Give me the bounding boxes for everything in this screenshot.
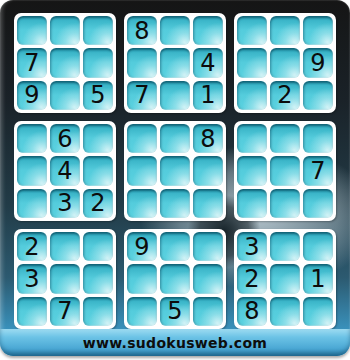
box-1-2: 8471 <box>124 13 226 113</box>
cell-r3c6: 1 <box>193 81 223 110</box>
cell-r1c8[interactable] <box>270 16 300 45</box>
cell-r7c5[interactable] <box>160 232 190 261</box>
cell-r1c7[interactable] <box>237 16 267 45</box>
cell-r6c3: 2 <box>83 189 113 218</box>
cell-r7c1: 2 <box>17 232 47 261</box>
cell-r4c7[interactable] <box>237 124 267 153</box>
cell-r3c2[interactable] <box>50 81 80 110</box>
cell-r5c6[interactable] <box>193 156 223 185</box>
cell-r8c1: 3 <box>17 264 47 293</box>
cell-r8c3[interactable] <box>83 264 113 293</box>
cell-r2c9: 9 <box>303 48 333 77</box>
cell-r6c1[interactable] <box>17 189 47 218</box>
cell-r4c1[interactable] <box>17 124 47 153</box>
cell-r3c5[interactable] <box>160 81 190 110</box>
cell-r7c8[interactable] <box>270 232 300 261</box>
cell-r5c5[interactable] <box>160 156 190 185</box>
cell-r2c8[interactable] <box>270 48 300 77</box>
cell-r4c5[interactable] <box>160 124 190 153</box>
cell-r9c3[interactable] <box>83 297 113 326</box>
cell-r4c2: 6 <box>50 124 80 153</box>
cell-r1c2[interactable] <box>50 16 80 45</box>
box-3-1: 237 <box>14 229 116 329</box>
cell-r5c8[interactable] <box>270 156 300 185</box>
cell-r6c5[interactable] <box>160 189 190 218</box>
cell-r7c9[interactable] <box>303 232 333 261</box>
cell-r1c1[interactable] <box>17 16 47 45</box>
cell-r4c4[interactable] <box>127 124 157 153</box>
cell-r9c2: 7 <box>50 297 80 326</box>
cell-r1c4: 8 <box>127 16 157 45</box>
cell-r8c8[interactable] <box>270 264 300 293</box>
box-1-1: 795 <box>14 13 116 113</box>
cell-r6c8[interactable] <box>270 189 300 218</box>
cell-r7c2[interactable] <box>50 232 80 261</box>
sudoku-grid: 795847192643287237953218 <box>14 13 336 329</box>
cell-r8c9: 1 <box>303 264 333 293</box>
cell-r5c7[interactable] <box>237 156 267 185</box>
cell-r3c4: 7 <box>127 81 157 110</box>
cell-r3c3: 5 <box>83 81 113 110</box>
cell-r5c4[interactable] <box>127 156 157 185</box>
cell-r4c9[interactable] <box>303 124 333 153</box>
cell-r6c4[interactable] <box>127 189 157 218</box>
cell-r5c3[interactable] <box>83 156 113 185</box>
cell-r9c9[interactable] <box>303 297 333 326</box>
box-3-3: 3218 <box>234 229 336 329</box>
cell-r8c5[interactable] <box>160 264 190 293</box>
cell-r6c7[interactable] <box>237 189 267 218</box>
cell-r2c2[interactable] <box>50 48 80 77</box>
cell-r8c4[interactable] <box>127 264 157 293</box>
cell-r2c7[interactable] <box>237 48 267 77</box>
cell-r2c1: 7 <box>17 48 47 77</box>
cell-r9c5: 5 <box>160 297 190 326</box>
box-2-2: 8 <box>124 121 226 221</box>
cell-r1c5[interactable] <box>160 16 190 45</box>
cell-r9c7: 8 <box>237 297 267 326</box>
cell-r6c9[interactable] <box>303 189 333 218</box>
cell-r3c7[interactable] <box>237 81 267 110</box>
cell-r7c6[interactable] <box>193 232 223 261</box>
cell-r9c8[interactable] <box>270 297 300 326</box>
cell-r7c3[interactable] <box>83 232 113 261</box>
cell-r5c2: 4 <box>50 156 80 185</box>
box-1-3: 92 <box>234 13 336 113</box>
cell-r7c7: 3 <box>237 232 267 261</box>
sudoku-widget: 795847192643287237953218 www.sudokusweb.… <box>0 0 350 356</box>
box-3-2: 95 <box>124 229 226 329</box>
cell-r3c9[interactable] <box>303 81 333 110</box>
cell-r5c9: 7 <box>303 156 333 185</box>
cell-r3c8: 2 <box>270 81 300 110</box>
footer-url[interactable]: www.sudokusweb.com <box>83 335 267 351</box>
cell-r2c5[interactable] <box>160 48 190 77</box>
cell-r1c9[interactable] <box>303 16 333 45</box>
cell-r3c1: 9 <box>17 81 47 110</box>
box-2-3: 7 <box>234 121 336 221</box>
cell-r6c6[interactable] <box>193 189 223 218</box>
footer-bar: www.sudokusweb.com <box>0 329 350 356</box>
cell-r6c2: 3 <box>50 189 80 218</box>
cell-r2c4[interactable] <box>127 48 157 77</box>
cell-r9c1[interactable] <box>17 297 47 326</box>
cell-r1c3[interactable] <box>83 16 113 45</box>
cell-r4c3[interactable] <box>83 124 113 153</box>
cell-r8c2[interactable] <box>50 264 80 293</box>
cell-r8c7: 2 <box>237 264 267 293</box>
cell-r2c6: 4 <box>193 48 223 77</box>
cell-r1c6[interactable] <box>193 16 223 45</box>
cell-r2c3[interactable] <box>83 48 113 77</box>
cell-r9c4[interactable] <box>127 297 157 326</box>
box-2-1: 6432 <box>14 121 116 221</box>
cell-r9c6[interactable] <box>193 297 223 326</box>
cell-r5c1[interactable] <box>17 156 47 185</box>
cell-r4c8[interactable] <box>270 124 300 153</box>
cell-r4c6: 8 <box>193 124 223 153</box>
cell-r8c6[interactable] <box>193 264 223 293</box>
cell-r7c4: 9 <box>127 232 157 261</box>
page: { "game": "sudoku", "position": "...8...… <box>0 0 350 360</box>
